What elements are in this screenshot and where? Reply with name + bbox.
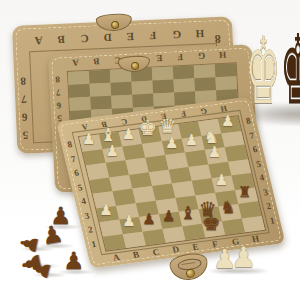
rank-label-right-3: 3 xyxy=(262,188,269,197)
file-label-top-G: G xyxy=(200,106,208,115)
brass-button xyxy=(185,268,195,278)
file-label-B: B xyxy=(93,56,99,65)
rank-label-right-5: 5 xyxy=(255,159,262,168)
square-h1 xyxy=(242,215,265,232)
rank-label-left-4: 4 xyxy=(80,197,87,206)
rank-label-left-1: 1 xyxy=(90,239,97,248)
rank-label-right-8: 8 xyxy=(215,33,222,45)
file-label-F: F xyxy=(177,52,183,61)
square-f8 xyxy=(173,65,195,79)
rank-label-7: 7 xyxy=(56,87,61,96)
file-label-bottom-E: E xyxy=(192,243,200,253)
file-label-bottom-D: D xyxy=(172,245,181,255)
square-a8 xyxy=(68,71,90,85)
rank-label-right-4: 4 xyxy=(259,173,266,182)
rank-label-8: 8 xyxy=(20,75,26,86)
file-label-G: G xyxy=(172,29,181,40)
rank-label-7: 7 xyxy=(21,93,27,104)
file-label-top-D: D xyxy=(140,114,148,123)
file-label-bottom-B: B xyxy=(132,250,140,260)
square-e8 xyxy=(152,66,174,80)
square-g7 xyxy=(194,77,216,91)
piece-shadow xyxy=(22,263,60,270)
file-label-E: E xyxy=(156,53,162,62)
rank-label-left-6: 6 xyxy=(73,169,80,178)
chessboard-grid xyxy=(78,115,266,252)
file-label-A: A xyxy=(34,35,42,46)
rank-label-6: 6 xyxy=(22,111,28,122)
file-label-C: C xyxy=(80,33,88,44)
square-a6 xyxy=(69,97,91,111)
square-h7 xyxy=(215,76,237,90)
piece-shadow xyxy=(20,246,55,252)
rank-label-left-2: 2 xyxy=(87,225,94,234)
brass-button xyxy=(111,21,119,29)
rank-label-left-7: 7 xyxy=(70,154,77,163)
file-label-B: B xyxy=(57,34,65,45)
rank-label-6: 6 xyxy=(56,100,61,109)
file-label-top-C: C xyxy=(120,117,128,126)
rank-label-right-6: 6 xyxy=(252,145,259,154)
file-label-bottom-F: F xyxy=(211,240,219,250)
file-label-top-B: B xyxy=(101,119,108,128)
file-label-G: G xyxy=(198,51,205,60)
file-label-top-A: A xyxy=(81,122,89,131)
rank-label-right-2: 2 xyxy=(266,202,273,211)
rank-label-right-7: 7 xyxy=(249,131,256,140)
file-label-E: E xyxy=(126,31,134,42)
file-label-bottom-A: A xyxy=(112,253,121,263)
rank-label-right-1: 1 xyxy=(269,216,276,225)
rank-label-left-5: 5 xyxy=(77,183,84,192)
file-label-top-H: H xyxy=(220,104,228,113)
walnut-pawn-lying: ♟ xyxy=(28,258,54,283)
piece-shadow xyxy=(57,269,95,276)
file-label-F: F xyxy=(149,30,156,41)
open-chess-board: AABBCCDDEEFFGGHH8877665544332211 ♟♝♟♚♛♟♟… xyxy=(56,96,286,268)
square-e7 xyxy=(152,79,174,93)
piece-shadow xyxy=(225,267,270,275)
file-label-H: H xyxy=(195,28,204,39)
rank-label-8: 8 xyxy=(55,74,60,83)
square-a7 xyxy=(69,84,91,98)
file-label-top-F: F xyxy=(180,109,187,117)
square-d6 xyxy=(132,94,154,108)
rank-label-left-8: 8 xyxy=(67,140,74,149)
file-label-bottom-C: C xyxy=(152,248,161,258)
square-c6 xyxy=(111,95,133,109)
file-label-A: A xyxy=(72,57,79,66)
file-label-H: H xyxy=(219,50,226,59)
brass-button xyxy=(131,62,139,70)
rank-label-5: 5 xyxy=(23,129,29,140)
rank-label-right-8: 8 xyxy=(245,117,252,126)
square-c7 xyxy=(111,82,133,96)
square-b8 xyxy=(89,70,111,84)
square-f7 xyxy=(173,78,195,92)
square-b6 xyxy=(90,96,112,110)
chess-set-product-photo: ABCDEFGH 87658 ABCDEFGH 87654 ♚♚ AABBCCD… xyxy=(0,0,300,300)
square-b7 xyxy=(90,83,112,97)
file-label-D: D xyxy=(103,32,111,43)
rank-label-left-3: 3 xyxy=(84,211,91,220)
piece-shadow xyxy=(44,224,82,231)
square-h8 xyxy=(215,63,237,77)
file-label-top-E: E xyxy=(160,112,167,121)
square-g8 xyxy=(194,64,216,78)
square-e6 xyxy=(153,92,175,106)
file-label-bottom-G: G xyxy=(231,237,240,247)
square-d7 xyxy=(132,81,154,95)
file-label-bottom-H: H xyxy=(251,235,260,245)
